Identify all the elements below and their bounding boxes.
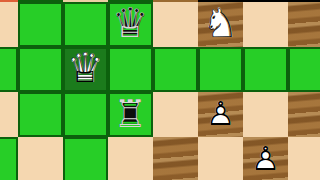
top-edge-segment-e <box>153 0 198 2</box>
white-queen[interactable]: ♛♕ <box>67 48 104 89</box>
square-e6[interactable] <box>153 92 198 137</box>
square-b5[interactable] <box>18 137 63 180</box>
white-knight[interactable]: ♞♘ <box>202 3 239 44</box>
square-b7[interactable] <box>18 47 63 92</box>
square-h6[interactable] <box>288 92 320 137</box>
square-h8[interactable] <box>288 2 320 47</box>
queen-glyph-outline: ♕ <box>112 3 149 44</box>
board-grid: ♛♕♞♘♛♕♜♖♟♙♟♙ <box>0 2 320 180</box>
pawn-glyph-outline: ♙ <box>251 142 281 175</box>
square-b8[interactable] <box>18 2 63 47</box>
black-rook[interactable]: ♜♖ <box>113 95 147 133</box>
square-h5[interactable] <box>288 137 320 180</box>
square-b6[interactable] <box>18 92 63 137</box>
white-pawn[interactable]: ♟♙ <box>251 142 281 175</box>
top-edge-segment-h <box>288 0 320 2</box>
square-a5[interactable] <box>0 137 18 180</box>
top-edge-segment-b <box>18 0 63 2</box>
square-d7[interactable] <box>108 47 153 92</box>
square-c5[interactable] <box>63 137 108 180</box>
pawn-glyph-outline: ♙ <box>206 97 236 130</box>
square-g8[interactable] <box>243 2 288 47</box>
square-c7[interactable]: ♛♕ <box>63 47 108 92</box>
top-edge-segment-d <box>108 0 153 2</box>
square-f5[interactable] <box>198 137 243 180</box>
black-queen[interactable]: ♛♕ <box>112 3 149 44</box>
square-c8[interactable] <box>63 2 108 47</box>
square-g7[interactable] <box>243 47 288 92</box>
white-pawn[interactable]: ♟♙ <box>206 97 236 130</box>
top-edge-segment-a <box>0 0 18 2</box>
top-edge-sliver <box>0 0 320 2</box>
square-c6[interactable] <box>63 92 108 137</box>
chess-board-viewport: ♛♕♞♘♛♕♜♖♟♙♟♙ <box>0 0 320 180</box>
square-a6[interactable] <box>0 92 18 137</box>
top-edge-segment-f <box>198 0 243 2</box>
square-h7[interactable] <box>288 47 320 92</box>
square-f8[interactable]: ♞♘ <box>198 2 243 47</box>
square-d6[interactable]: ♜♖ <box>108 92 153 137</box>
square-d8[interactable]: ♛♕ <box>108 2 153 47</box>
square-f6[interactable]: ♟♙ <box>198 92 243 137</box>
queen-glyph-outline: ♕ <box>67 48 104 89</box>
top-edge-segment-g <box>243 0 288 2</box>
square-e8[interactable] <box>153 2 198 47</box>
square-g5[interactable]: ♟♙ <box>243 137 288 180</box>
knight-glyph-outline: ♘ <box>202 3 239 44</box>
square-g6[interactable] <box>243 92 288 137</box>
rook-glyph-outline: ♖ <box>113 95 147 133</box>
top-edge-segment-c <box>63 0 108 2</box>
square-a7[interactable] <box>0 47 18 92</box>
square-e5[interactable] <box>153 137 198 180</box>
square-f7[interactable] <box>198 47 243 92</box>
square-d5[interactable] <box>108 137 153 180</box>
square-a8[interactable] <box>0 2 18 47</box>
square-e7[interactable] <box>153 47 198 92</box>
